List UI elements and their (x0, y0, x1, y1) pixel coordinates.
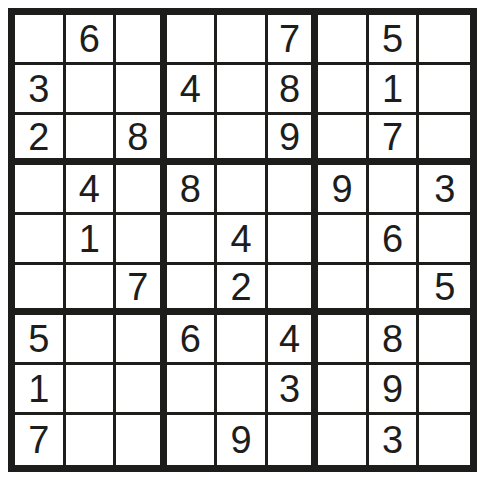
cell-r6c7[interactable] (318, 265, 369, 315)
cell-r4c7: 9 (318, 165, 369, 215)
sudoku-board: 6753481289748931467255648139793 (8, 8, 477, 472)
cell-r7c2[interactable] (66, 315, 117, 365)
cell-r7c6: 4 (268, 315, 319, 365)
cell-r6c1[interactable] (15, 265, 66, 315)
cell-r4c3[interactable] (116, 165, 167, 215)
cell-r7c1: 5 (15, 315, 66, 365)
cell-r5c3[interactable] (116, 215, 167, 265)
cell-r5c7[interactable] (318, 215, 369, 265)
cell-r4c1[interactable] (15, 165, 66, 215)
cell-r1c8: 5 (369, 15, 420, 65)
cell-r6c3: 7 (116, 265, 167, 315)
cell-r1c1[interactable] (15, 15, 66, 65)
cell-r4c2: 4 (66, 165, 117, 215)
cell-r9c8: 3 (369, 415, 420, 465)
cell-r3c3: 8 (116, 115, 167, 165)
cell-r7c7[interactable] (318, 315, 369, 365)
cell-r8c5[interactable] (217, 365, 268, 415)
cell-r1c3[interactable] (116, 15, 167, 65)
cell-r5c4[interactable] (167, 215, 218, 265)
cell-r5c2: 1 (66, 215, 117, 265)
cell-r2c4: 4 (167, 65, 218, 115)
cell-r4c9: 3 (419, 165, 470, 215)
cell-r1c5[interactable] (217, 15, 268, 65)
cell-r4c6[interactable] (268, 165, 319, 215)
cell-r8c6: 3 (268, 365, 319, 415)
cell-r7c8: 8 (369, 315, 420, 365)
cell-r7c4: 6 (167, 315, 218, 365)
cell-r5c5: 4 (217, 215, 268, 265)
cell-r7c9[interactable] (419, 315, 470, 365)
cell-r3c1: 2 (15, 115, 66, 165)
cell-r7c3[interactable] (116, 315, 167, 365)
cell-r1c6: 7 (268, 15, 319, 65)
cell-r3c4[interactable] (167, 115, 218, 165)
cell-r8c7[interactable] (318, 365, 369, 415)
cell-r6c6[interactable] (268, 265, 319, 315)
cell-r9c9[interactable] (419, 415, 470, 465)
cell-r9c5: 9 (217, 415, 268, 465)
cell-r9c7[interactable] (318, 415, 369, 465)
cell-r5c9[interactable] (419, 215, 470, 265)
cell-r3c7[interactable] (318, 115, 369, 165)
cell-r2c9[interactable] (419, 65, 470, 115)
cell-r2c3[interactable] (116, 65, 167, 115)
cell-r6c2[interactable] (66, 265, 117, 315)
cell-r2c5[interactable] (217, 65, 268, 115)
cell-r6c5: 2 (217, 265, 268, 315)
cell-r3c5[interactable] (217, 115, 268, 165)
cell-r2c7[interactable] (318, 65, 369, 115)
cell-r9c2[interactable] (66, 415, 117, 465)
cell-r9c4[interactable] (167, 415, 218, 465)
cell-r8c3[interactable] (116, 365, 167, 415)
cell-r3c2[interactable] (66, 115, 117, 165)
cell-r3c9[interactable] (419, 115, 470, 165)
cell-r2c8: 1 (369, 65, 420, 115)
cell-r3c8: 7 (369, 115, 420, 165)
cell-r4c5[interactable] (217, 165, 268, 215)
cell-r8c2[interactable] (66, 365, 117, 415)
cell-r5c8: 6 (369, 215, 420, 265)
cell-r6c9: 5 (419, 265, 470, 315)
cell-r3c6: 9 (268, 115, 319, 165)
cell-r4c8[interactable] (369, 165, 420, 215)
cell-r8c4[interactable] (167, 365, 218, 415)
cell-r5c1[interactable] (15, 215, 66, 265)
cell-r2c2[interactable] (66, 65, 117, 115)
cell-r5c6[interactable] (268, 215, 319, 265)
cell-r2c6: 8 (268, 65, 319, 115)
cell-r8c8: 9 (369, 365, 420, 415)
cell-r9c1: 7 (15, 415, 66, 465)
cell-r6c4[interactable] (167, 265, 218, 315)
cell-r9c6[interactable] (268, 415, 319, 465)
cell-r2c1: 3 (15, 65, 66, 115)
cell-r8c9[interactable] (419, 365, 470, 415)
cell-r1c9[interactable] (419, 15, 470, 65)
cell-r1c4[interactable] (167, 15, 218, 65)
cell-r1c7[interactable] (318, 15, 369, 65)
cell-r4c4: 8 (167, 165, 218, 215)
cell-r6c8[interactable] (369, 265, 420, 315)
cell-r1c2: 6 (66, 15, 117, 65)
cell-r9c3[interactable] (116, 415, 167, 465)
cell-r8c1: 1 (15, 365, 66, 415)
cell-r7c5[interactable] (217, 315, 268, 365)
